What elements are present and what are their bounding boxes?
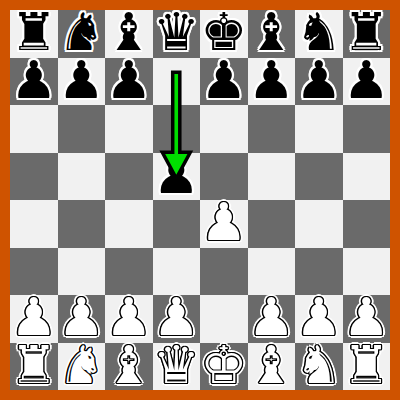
square-h4[interactable] xyxy=(343,200,391,248)
black-queen[interactable]: ♛ xyxy=(153,9,200,57)
black-pawn[interactable]: ♟ xyxy=(295,57,342,105)
white-queen[interactable]: ♛ xyxy=(153,342,200,390)
board-frame: ♜♞♝♛♚♝♞♜♟♟♟♟♟♟♟♟♟♟♟♟♟♟♟♟♜♞♝♛♚♝♞♜ xyxy=(0,0,400,400)
square-f1[interactable]: ♝ xyxy=(248,343,296,391)
square-e1[interactable]: ♚ xyxy=(200,343,248,391)
square-c7[interactable]: ♟ xyxy=(105,58,153,106)
square-f7[interactable]: ♟ xyxy=(248,58,296,106)
square-h1[interactable]: ♜ xyxy=(343,343,391,391)
square-c6[interactable] xyxy=(105,105,153,153)
square-h7[interactable]: ♟ xyxy=(343,58,391,106)
square-a7[interactable]: ♟ xyxy=(10,58,58,106)
square-c5[interactable] xyxy=(105,153,153,201)
square-g6[interactable] xyxy=(295,105,343,153)
square-b5[interactable] xyxy=(58,153,106,201)
square-b4[interactable] xyxy=(58,200,106,248)
white-knight[interactable]: ♞ xyxy=(58,342,105,390)
black-pawn[interactable]: ♟ xyxy=(10,57,57,105)
square-h5[interactable] xyxy=(343,153,391,201)
white-bishop[interactable]: ♝ xyxy=(105,342,152,390)
square-a5[interactable] xyxy=(10,153,58,201)
square-d4[interactable] xyxy=(153,200,201,248)
square-a6[interactable] xyxy=(10,105,58,153)
square-a1[interactable]: ♜ xyxy=(10,343,58,391)
square-g4[interactable] xyxy=(295,200,343,248)
square-d1[interactable]: ♛ xyxy=(153,343,201,391)
black-pawn[interactable]: ♟ xyxy=(248,57,295,105)
black-pawn[interactable]: ♟ xyxy=(200,57,247,105)
square-g1[interactable]: ♞ xyxy=(295,343,343,391)
square-e4[interactable]: ♟ xyxy=(200,200,248,248)
square-g5[interactable] xyxy=(295,153,343,201)
square-f4[interactable] xyxy=(248,200,296,248)
white-rook[interactable]: ♜ xyxy=(343,342,390,390)
white-bishop[interactable]: ♝ xyxy=(248,342,295,390)
square-d8[interactable]: ♛ xyxy=(153,10,201,58)
square-a4[interactable] xyxy=(10,200,58,248)
square-e7[interactable]: ♟ xyxy=(200,58,248,106)
square-f6[interactable] xyxy=(248,105,296,153)
square-f5[interactable] xyxy=(248,153,296,201)
square-d5[interactable]: ♟ xyxy=(153,153,201,201)
square-c1[interactable]: ♝ xyxy=(105,343,153,391)
white-pawn[interactable]: ♟ xyxy=(200,199,247,247)
square-b1[interactable]: ♞ xyxy=(58,343,106,391)
square-d7[interactable] xyxy=(153,58,201,106)
black-pawn[interactable]: ♟ xyxy=(153,152,200,200)
white-knight[interactable]: ♞ xyxy=(295,342,342,390)
square-g7[interactable]: ♟ xyxy=(295,58,343,106)
black-pawn[interactable]: ♟ xyxy=(105,57,152,105)
square-c4[interactable] xyxy=(105,200,153,248)
square-e6[interactable] xyxy=(200,105,248,153)
white-rook[interactable]: ♜ xyxy=(10,342,57,390)
black-pawn[interactable]: ♟ xyxy=(343,57,390,105)
square-e3[interactable] xyxy=(200,248,248,296)
square-h6[interactable] xyxy=(343,105,391,153)
square-b6[interactable] xyxy=(58,105,106,153)
white-king[interactable]: ♚ xyxy=(200,342,247,390)
square-b7[interactable]: ♟ xyxy=(58,58,106,106)
black-pawn[interactable]: ♟ xyxy=(58,57,105,105)
chess-board: ♜♞♝♛♚♝♞♜♟♟♟♟♟♟♟♟♟♟♟♟♟♟♟♟♜♞♝♛♚♝♞♜ xyxy=(10,10,390,390)
